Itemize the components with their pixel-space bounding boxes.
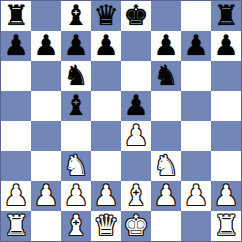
black-pawn[interactable]: ♟ (33, 32, 58, 60)
white-knight[interactable]: ♞ (153, 152, 178, 180)
square-f2[interactable]: ♟ (151, 181, 181, 211)
square-b8[interactable] (31, 1, 61, 31)
square-b2[interactable]: ♟ (31, 181, 61, 211)
square-h5[interactable] (211, 91, 241, 121)
square-a2[interactable]: ♟ (1, 181, 31, 211)
black-queen[interactable]: ♛ (93, 2, 118, 30)
square-c4[interactable] (61, 121, 91, 151)
black-pawn[interactable]: ♟ (63, 32, 88, 60)
square-f7[interactable]: ♟ (151, 31, 181, 61)
square-d3[interactable] (91, 151, 121, 181)
square-d8[interactable]: ♛ (91, 1, 121, 31)
square-c1[interactable]: ♝ (61, 211, 91, 241)
square-a7[interactable]: ♟ (1, 31, 31, 61)
square-h8[interactable]: ♜ (211, 1, 241, 31)
white-pawn[interactable]: ♟ (3, 182, 28, 210)
white-pawn[interactable]: ♟ (63, 182, 88, 210)
white-pawn[interactable]: ♟ (213, 182, 238, 210)
white-pawn[interactable]: ♟ (123, 122, 148, 150)
square-b6[interactable] (31, 61, 61, 91)
black-bishop[interactable]: ♝ (63, 92, 88, 120)
square-h6[interactable] (211, 61, 241, 91)
black-pawn[interactable]: ♟ (123, 92, 148, 120)
square-b3[interactable] (31, 151, 61, 181)
square-e4[interactable]: ♟ (121, 121, 151, 151)
square-d4[interactable] (91, 121, 121, 151)
square-h1[interactable]: ♜ (211, 211, 241, 241)
square-a4[interactable] (1, 121, 31, 151)
white-rook[interactable]: ♜ (3, 212, 28, 240)
square-d1[interactable]: ♛ (91, 211, 121, 241)
square-a3[interactable] (1, 151, 31, 181)
black-king[interactable]: ♚ (123, 2, 148, 30)
square-a1[interactable]: ♜ (1, 211, 31, 241)
square-d7[interactable]: ♟ (91, 31, 121, 61)
black-pawn[interactable]: ♟ (183, 32, 208, 60)
square-h2[interactable]: ♟ (211, 181, 241, 211)
black-pawn[interactable]: ♟ (213, 32, 238, 60)
square-g4[interactable] (181, 121, 211, 151)
chess-board: ♜♝♛♚♜♟♟♟♟♟♟♟♞♞♝♟♟♞♞♟♟♟♟♝♟♟♟♜♝♛♚♜ (0, 0, 242, 242)
square-g8[interactable] (181, 1, 211, 31)
white-pawn[interactable]: ♟ (33, 182, 58, 210)
square-f6[interactable]: ♞ (151, 61, 181, 91)
square-e5[interactable]: ♟ (121, 91, 151, 121)
white-bishop[interactable]: ♝ (63, 212, 88, 240)
white-queen[interactable]: ♛ (93, 212, 118, 240)
square-g7[interactable]: ♟ (181, 31, 211, 61)
square-b5[interactable] (31, 91, 61, 121)
square-f5[interactable] (151, 91, 181, 121)
square-d2[interactable]: ♟ (91, 181, 121, 211)
white-rook[interactable]: ♜ (213, 212, 238, 240)
square-e6[interactable] (121, 61, 151, 91)
square-c6[interactable]: ♞ (61, 61, 91, 91)
square-f4[interactable] (151, 121, 181, 151)
square-a8[interactable]: ♜ (1, 1, 31, 31)
square-b4[interactable] (31, 121, 61, 151)
white-pawn[interactable]: ♟ (153, 182, 178, 210)
white-knight[interactable]: ♞ (63, 152, 88, 180)
black-pawn[interactable]: ♟ (3, 32, 28, 60)
square-e3[interactable] (121, 151, 151, 181)
black-bishop[interactable]: ♝ (63, 2, 88, 30)
square-f1[interactable] (151, 211, 181, 241)
square-e1[interactable]: ♚ (121, 211, 151, 241)
square-a5[interactable] (1, 91, 31, 121)
square-g6[interactable] (181, 61, 211, 91)
square-g5[interactable] (181, 91, 211, 121)
square-h4[interactable] (211, 121, 241, 151)
black-rook[interactable]: ♜ (213, 2, 238, 30)
square-b7[interactable]: ♟ (31, 31, 61, 61)
white-pawn[interactable]: ♟ (93, 182, 118, 210)
square-d5[interactable] (91, 91, 121, 121)
square-a6[interactable] (1, 61, 31, 91)
square-c7[interactable]: ♟ (61, 31, 91, 61)
square-f3[interactable]: ♞ (151, 151, 181, 181)
white-pawn[interactable]: ♟ (183, 182, 208, 210)
black-rook[interactable]: ♜ (3, 2, 28, 30)
square-e7[interactable] (121, 31, 151, 61)
square-h7[interactable]: ♟ (211, 31, 241, 61)
square-g1[interactable] (181, 211, 211, 241)
square-c3[interactable]: ♞ (61, 151, 91, 181)
square-d6[interactable] (91, 61, 121, 91)
square-c5[interactable]: ♝ (61, 91, 91, 121)
white-bishop[interactable]: ♝ (123, 182, 148, 210)
square-c2[interactable]: ♟ (61, 181, 91, 211)
black-pawn[interactable]: ♟ (153, 32, 178, 60)
square-e2[interactable]: ♝ (121, 181, 151, 211)
white-king[interactable]: ♚ (123, 212, 148, 240)
black-knight[interactable]: ♞ (63, 62, 88, 90)
square-h3[interactable] (211, 151, 241, 181)
black-pawn[interactable]: ♟ (93, 32, 118, 60)
square-b1[interactable] (31, 211, 61, 241)
square-e8[interactable]: ♚ (121, 1, 151, 31)
square-c8[interactable]: ♝ (61, 1, 91, 31)
square-f8[interactable] (151, 1, 181, 31)
square-g3[interactable] (181, 151, 211, 181)
square-g2[interactable]: ♟ (181, 181, 211, 211)
black-knight[interactable]: ♞ (153, 62, 178, 90)
